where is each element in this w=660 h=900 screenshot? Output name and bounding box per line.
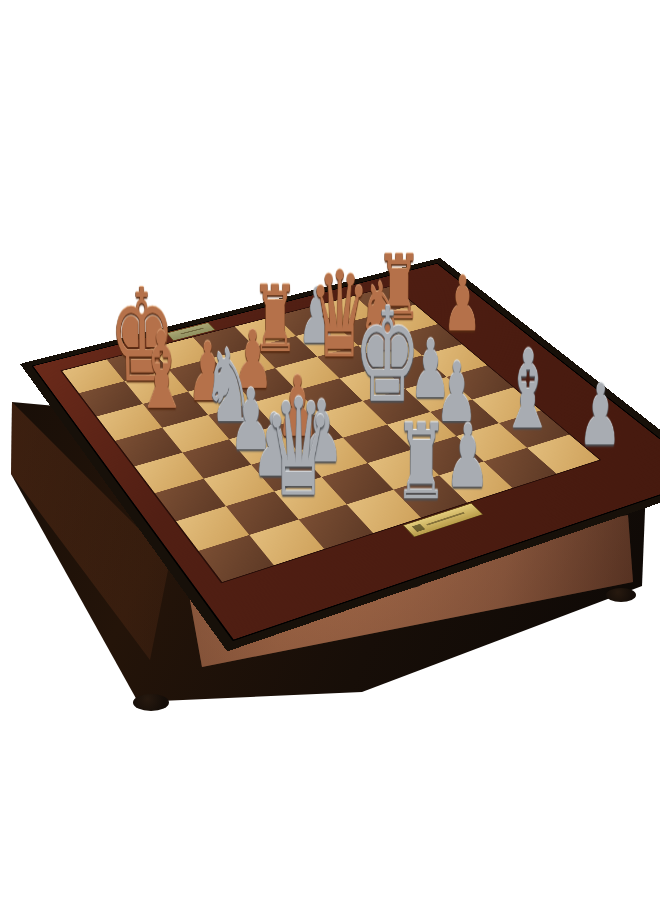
- plaque-logo-mark: [412, 524, 425, 532]
- piece-silver-pawn-h1: ♟: [559, 379, 642, 459]
- piece-silver-rook-d1: ♜: [378, 419, 465, 517]
- piece-silver-queen-b2: ♛: [255, 391, 342, 519]
- chess-board: ♚♝♜♜♛♞♟♟♟♟♚♛♜♝♞♟♟♟♟♟♟♟♟: [20, 258, 660, 651]
- chess-set-scene: ♚♝♜♜♛♞♟♟♟♟♚♛♜♝♞♟♟♟♟♟♟♟♟: [0, 0, 660, 900]
- product-photo-page: ♚♝♜♜♛♞♟♟♟♟♚♛♜♝♞♟♟♟♟♟♟♟♟: [0, 0, 660, 900]
